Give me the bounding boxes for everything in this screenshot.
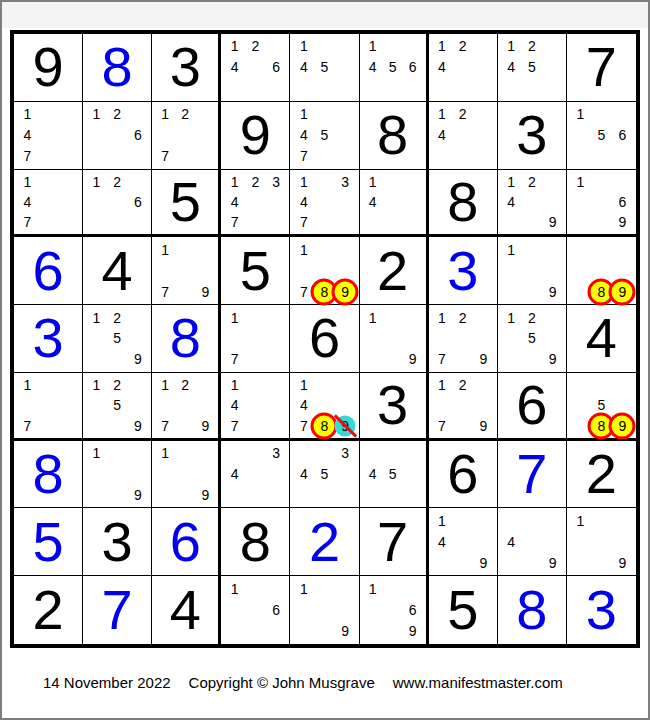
candidate-digit: 1 (161, 377, 169, 393)
candidate-pos-4 (363, 328, 383, 349)
cell-r2c5[interactable]: 1457 (290, 102, 359, 170)
candidate-digit: 9 (341, 623, 349, 639)
candidate-pos-3 (473, 307, 494, 328)
cell-r8c8[interactable]: 49 (498, 508, 567, 576)
candidate-pos-3 (335, 239, 356, 260)
candidate-pos-6: 6 (266, 57, 287, 78)
cell-r3c7[interactable]: 8 (429, 170, 498, 238)
cell-r8c2[interactable]: 3 (83, 508, 152, 576)
cell-r6c4[interactable]: 147 (221, 373, 290, 441)
cell-r4c5[interactable]: 1789 (290, 237, 359, 305)
cell-r1c6[interactable]: 1456 (360, 34, 429, 102)
candidate-digit: 1 (438, 38, 446, 54)
solved-digit: 3 (567, 576, 636, 644)
candidate-pos-2 (591, 239, 612, 260)
candidate-pos-8 (452, 552, 473, 573)
candidate-pos-3 (335, 375, 356, 395)
cell-r9c1[interactable]: 2 (14, 576, 83, 644)
candidate-digit: 9 (134, 418, 142, 434)
candidate-pos-6 (335, 395, 356, 415)
candidate-digit: 1 (23, 174, 31, 190)
cell-r8c1[interactable]: 5 (14, 508, 83, 576)
candidate-digit: 4 (438, 534, 446, 550)
cell-r4c3[interactable]: 179 (152, 237, 221, 305)
candidate-pos-1: 1 (432, 375, 453, 395)
candidate-pos-5 (383, 599, 403, 620)
candidate-digit: 1 (438, 106, 446, 122)
candidate-pos-6 (266, 328, 287, 349)
candidate-pos-7: 7 (17, 212, 38, 232)
candidate-pos-4 (155, 125, 175, 146)
candidate-pos-2 (521, 510, 542, 531)
candidate-pos-4: 4 (363, 192, 383, 212)
candidate-pos-9: 9 (128, 349, 149, 370)
candidate-grid: 126 (83, 102, 151, 169)
cell-r4c6[interactable]: 2 (360, 237, 429, 305)
cell-r2c8[interactable]: 3 (498, 102, 567, 170)
candidate-digit: 1 (507, 310, 515, 326)
candidate-grid: 156 (567, 102, 636, 169)
candidate-digit: 7 (23, 418, 31, 434)
cell-r5c7[interactable]: 1279 (429, 305, 498, 373)
candidate-pos-1 (570, 239, 591, 260)
candidate-digit: 9 (480, 351, 488, 367)
candidate-digit: 5 (598, 127, 606, 143)
given-digit: 5 (221, 237, 289, 304)
candidate-pos-4: 4 (224, 395, 245, 415)
candidate-pos-8 (107, 349, 128, 370)
cell-r3c6[interactable]: 14 (360, 170, 429, 238)
candidate-pos-2: 2 (452, 104, 473, 125)
cell-r3c4[interactable]: 12347 (221, 170, 290, 238)
cell-r6c2[interactable]: 1259 (83, 373, 152, 441)
candidate-pos-7 (363, 349, 383, 370)
candidate-digit: 1 (161, 445, 169, 461)
cell-r7c9[interactable]: 2 (567, 441, 636, 509)
candidate-pos-5 (245, 57, 266, 78)
candidate-grid: 17 (221, 305, 289, 372)
candidate-digit: 1 (507, 242, 515, 258)
candidate-grid: 1279 (152, 373, 218, 438)
candidate-pos-8 (38, 146, 59, 167)
candidate-digit: 5 (389, 466, 397, 482)
candidate-grid: 179 (152, 237, 218, 304)
candidate-pos-7 (501, 281, 522, 302)
given-digit: 9 (221, 102, 289, 169)
candidate-grid: 589 (567, 373, 636, 438)
cell-r3c1[interactable]: 147 (14, 170, 83, 238)
candidate-digit: 2 (459, 377, 467, 393)
cell-r9c3[interactable]: 4 (152, 576, 221, 644)
candidate-pos-5 (245, 464, 266, 485)
candidate-digit: 2 (528, 174, 536, 190)
cell-r4c1[interactable]: 6 (14, 237, 83, 305)
candidate-pos-5 (175, 464, 195, 485)
candidate-pos-2 (314, 578, 335, 599)
given-digit: 3 (83, 508, 151, 575)
cell-r3c8[interactable]: 1249 (498, 170, 567, 238)
candidate-pos-7: 7 (224, 415, 245, 435)
candidate-pos-3 (612, 172, 633, 192)
candidate-pos-4 (293, 599, 314, 620)
eliminated-candidate: 9 (335, 415, 356, 436)
candidate-pos-8 (521, 212, 542, 232)
candidate-pos-1: 1 (17, 375, 38, 395)
candidate-pos-6 (335, 464, 356, 485)
candidate-pos-6 (128, 328, 149, 349)
cell-r2c7[interactable]: 124 (429, 102, 498, 170)
cell-r6c7[interactable]: 1279 (429, 373, 498, 441)
candidate-pos-4: 4 (293, 57, 314, 78)
candidate-pos-6: 6 (128, 192, 149, 212)
cell-r8c3[interactable]: 6 (152, 508, 221, 576)
candidate-digit: 1 (231, 174, 239, 190)
cell-r4c4[interactable]: 5 (221, 237, 290, 305)
cell-r1c8[interactable]: 1245 (498, 34, 567, 102)
cell-r1c2[interactable]: 8 (83, 34, 152, 102)
candidate-pos-5 (245, 599, 266, 620)
cell-r3c9[interactable]: 169 (567, 170, 636, 238)
candidate-pos-8 (245, 485, 266, 506)
candidate-pos-1 (501, 510, 522, 531)
candidate-pos-8 (521, 349, 542, 370)
solved-digit: 3 (14, 305, 82, 372)
candidate-pos-6 (542, 328, 563, 349)
candidate-pos-2: 2 (521, 36, 542, 57)
candidate-digit: 2 (251, 174, 259, 190)
candidate-pos-2 (245, 578, 266, 599)
candidate-digit: 1 (438, 513, 446, 529)
candidate-digit: 4 (507, 534, 515, 550)
candidate-pos-8 (591, 212, 612, 232)
cell-r1c1[interactable]: 9 (14, 34, 83, 102)
candidate-pos-5 (245, 395, 266, 415)
given-digit: 3 (498, 102, 566, 169)
solved-digit: 8 (498, 576, 566, 644)
cell-r9c7[interactable]: 5 (429, 576, 498, 644)
candidate-digit: 9 (201, 487, 209, 503)
candidate-pos-6: 6 (403, 57, 423, 78)
cell-r6c3[interactable]: 1279 (152, 373, 221, 441)
candidate-grid: 17 (14, 373, 82, 438)
candidate-digit: 4 (300, 59, 308, 75)
candidate-pos-7 (86, 485, 107, 506)
candidate-pos-7 (501, 552, 522, 573)
candidate-pos-9 (473, 146, 494, 167)
candidate-pos-1 (293, 443, 314, 464)
candidate-digit: 9 (201, 284, 209, 300)
candidate-digit: 6 (134, 127, 142, 143)
cell-r7c1[interactable]: 8 (14, 441, 83, 509)
candidate-pos-4 (570, 260, 591, 281)
candidate-digit: 7 (231, 418, 239, 434)
candidate-pos-5 (38, 192, 59, 212)
candidate-pos-8 (314, 146, 335, 167)
candidate-pos-7: 7 (293, 146, 314, 167)
candidate-pos-3 (612, 375, 633, 395)
solved-digit: 8 (83, 34, 151, 101)
candidate-pos-9: 9 (195, 415, 215, 435)
candidate-pos-4: 4 (363, 464, 383, 485)
candidate-digit: 1 (300, 242, 308, 258)
cell-r4c2[interactable]: 4 (83, 237, 152, 305)
cell-r9c5[interactable]: 19 (290, 576, 359, 644)
candidate-pos-3 (195, 375, 215, 395)
cell-r7c8[interactable]: 7 (498, 441, 567, 509)
candidate-digit: 9 (409, 351, 417, 367)
candidate-digit: 9 (134, 487, 142, 503)
cell-r2c9[interactable]: 156 (567, 102, 636, 170)
cell-r5c4[interactable]: 17 (221, 305, 290, 373)
candidate-pos-2 (38, 172, 59, 192)
candidate-digit: 4 (438, 127, 446, 143)
candidate-pos-8 (107, 146, 128, 167)
candidate-pos-1: 1 (293, 239, 314, 260)
candidate-pos-1: 1 (293, 578, 314, 599)
candidate-pos-7 (432, 78, 453, 99)
candidate-pos-4: 4 (293, 125, 314, 146)
candidate-pos-1: 1 (86, 443, 107, 464)
cell-r5c3[interactable]: 8 (152, 305, 221, 373)
candidate-pos-2 (245, 307, 266, 328)
candidate-pos-6 (473, 395, 494, 415)
cell-r3c5[interactable]: 1347 (290, 170, 359, 238)
candidate-pos-1: 1 (155, 104, 175, 125)
candidate-pos-7 (363, 621, 383, 642)
candidate-pos-3 (128, 104, 149, 125)
cell-r4c8[interactable]: 19 (498, 237, 567, 305)
candidate-pos-6 (58, 125, 79, 146)
cell-r2c6[interactable]: 8 (360, 102, 429, 170)
cell-r4c9[interactable]: 89 (567, 237, 636, 305)
candidate-pos-6 (473, 125, 494, 146)
candidate-pos-1: 1 (155, 375, 175, 395)
candidate-digit: 4 (231, 466, 239, 482)
candidate-pos-4 (155, 464, 175, 485)
candidate-pos-6 (612, 531, 633, 552)
candidate-pos-5 (107, 125, 128, 146)
candidate-pos-8: 8 (314, 415, 335, 435)
cell-r7c5[interactable]: 345 (290, 441, 359, 509)
cell-r9c6[interactable]: 169 (360, 576, 429, 644)
candidate-pos-9 (403, 485, 423, 506)
candidate-pos-6 (266, 395, 287, 415)
cell-r9c4[interactable]: 16 (221, 576, 290, 644)
candidate-pos-7 (570, 212, 591, 232)
candidate-pos-7: 7 (17, 146, 38, 167)
candidate-grid: 14 (360, 170, 426, 235)
candidate-pos-8 (107, 415, 128, 435)
candidate-pos-4 (86, 395, 107, 415)
candidate-pos-6 (403, 464, 423, 485)
cell-r6c5[interactable]: 14789 (290, 373, 359, 441)
candidate-digit: 1 (93, 377, 101, 393)
candidate-pos-3 (403, 36, 423, 57)
candidate-digit: 5 (528, 330, 536, 346)
cell-r4c7[interactable]: 3 (429, 237, 498, 305)
candidate-grid: 147 (14, 170, 82, 235)
candidate-grid: 1456 (360, 34, 426, 101)
highlighted-candidate: 9 (609, 278, 636, 305)
candidate-digit: 2 (181, 106, 189, 122)
candidate-pos-9: 9 (542, 552, 563, 573)
cell-r5c2[interactable]: 1259 (83, 305, 152, 373)
cell-r9c9[interactable]: 3 (567, 576, 636, 644)
candidate-digit: 2 (113, 174, 121, 190)
candidate-pos-4: 4 (432, 125, 453, 146)
cell-r7c3[interactable]: 19 (152, 441, 221, 509)
cell-r3c3[interactable]: 5 (152, 170, 221, 238)
candidate-pos-2: 2 (521, 307, 542, 328)
cell-r5c6[interactable]: 19 (360, 305, 429, 373)
given-digit: 4 (83, 237, 151, 304)
candidate-pos-6 (195, 260, 215, 281)
cell-r9c2[interactable]: 7 (83, 576, 152, 644)
candidate-digit: 5 (598, 397, 606, 413)
cell-r5c5[interactable]: 6 (290, 305, 359, 373)
candidate-digit: 3 (341, 445, 349, 461)
candidate-pos-5 (107, 464, 128, 485)
candidate-digit: 7 (161, 418, 169, 434)
candidate-grid: 124 (429, 34, 497, 101)
candidate-digit: 5 (321, 59, 329, 75)
candidate-pos-8 (175, 485, 195, 506)
candidate-pos-8 (38, 415, 59, 435)
candidate-pos-6 (335, 192, 356, 212)
cell-r8c6[interactable]: 7 (360, 508, 429, 576)
candidate-pos-1: 1 (432, 307, 453, 328)
candidate-digit: 1 (507, 174, 515, 190)
candidate-pos-5: 5 (591, 125, 612, 146)
candidate-digit: 6 (619, 194, 627, 210)
candidate-pos-3 (335, 36, 356, 57)
cell-r6c6[interactable]: 3 (360, 373, 429, 441)
candidate-grid: 19 (360, 305, 426, 372)
candidate-pos-7 (501, 78, 522, 99)
candidate-pos-6 (266, 464, 287, 485)
candidate-digit: 2 (459, 310, 467, 326)
candidate-pos-3 (542, 172, 563, 192)
cell-r1c4[interactable]: 1246 (221, 34, 290, 102)
candidate-grid: 1249 (498, 170, 566, 235)
candidate-digit: 4 (231, 194, 239, 210)
candidate-pos-3: 3 (335, 443, 356, 464)
cell-r5c8[interactable]: 1259 (498, 305, 567, 373)
candidate-digit: 1 (231, 581, 239, 597)
candidate-pos-1: 1 (363, 36, 383, 57)
candidate-pos-5 (175, 125, 195, 146)
cell-r6c8[interactable]: 6 (498, 373, 567, 441)
candidate-grid: 1457 (290, 102, 358, 169)
cell-r1c5[interactable]: 145 (290, 34, 359, 102)
candidate-pos-5 (452, 395, 473, 415)
candidate-pos-4 (570, 395, 591, 415)
cell-r7c2[interactable]: 19 (83, 441, 152, 509)
cell-r5c9[interactable]: 4 (567, 305, 636, 373)
candidate-pos-8 (383, 485, 403, 506)
candidate-digit: 9 (619, 214, 627, 230)
candidate-grid: 45 (360, 441, 426, 508)
cell-r5c1[interactable]: 3 (14, 305, 83, 373)
candidate-digit: 4 (507, 194, 515, 210)
cell-r1c9[interactable]: 7 (567, 34, 636, 102)
candidate-digit: 1 (507, 38, 515, 54)
candidate-pos-3 (542, 510, 563, 531)
cell-r8c9[interactable]: 19 (567, 508, 636, 576)
candidate-pos-9: 9 (612, 212, 633, 232)
candidate-digit: 1 (576, 513, 584, 529)
cell-r7c4[interactable]: 34 (221, 441, 290, 509)
candidate-pos-7 (363, 212, 383, 232)
cell-r1c7[interactable]: 124 (429, 34, 498, 102)
cell-r2c2[interactable]: 126 (83, 102, 152, 170)
cell-r7c7[interactable]: 6 (429, 441, 498, 509)
candidate-pos-2 (452, 510, 473, 531)
candidate-pos-1: 1 (224, 375, 245, 395)
cell-r3c2[interactable]: 126 (83, 170, 152, 238)
cell-r8c7[interactable]: 149 (429, 508, 498, 576)
candidate-pos-6 (473, 531, 494, 552)
candidate-pos-3 (542, 36, 563, 57)
candidate-pos-2 (38, 375, 59, 395)
cell-r1c3[interactable]: 3 (152, 34, 221, 102)
candidate-digit: 6 (272, 602, 280, 618)
candidate-pos-4: 4 (501, 531, 522, 552)
cell-r6c1[interactable]: 17 (14, 373, 83, 441)
cell-r2c4[interactable]: 9 (221, 102, 290, 170)
candidate-grid: 169 (567, 170, 636, 235)
candidate-pos-7 (432, 552, 453, 573)
candidate-digit: 4 (300, 466, 308, 482)
cell-r9c8[interactable]: 8 (498, 576, 567, 644)
candidate-pos-4 (570, 531, 591, 552)
candidate-grid: 147 (221, 373, 289, 438)
cell-r7c6[interactable]: 45 (360, 441, 429, 509)
candidate-pos-2 (591, 104, 612, 125)
candidate-grid: 169 (360, 576, 426, 644)
cell-r2c1[interactable]: 147 (14, 102, 83, 170)
candidate-pos-8 (107, 485, 128, 506)
candidate-pos-5: 5 (383, 464, 403, 485)
candidate-pos-9 (266, 485, 287, 506)
candidate-pos-4 (155, 395, 175, 415)
candidate-pos-8 (175, 281, 195, 302)
candidate-grid: 16 (221, 576, 289, 644)
candidate-pos-9 (128, 212, 149, 232)
candidate-pos-6 (335, 599, 356, 620)
candidate-pos-3: 3 (335, 172, 356, 192)
candidate-pos-7 (155, 485, 175, 506)
cell-r8c4[interactable]: 8 (221, 508, 290, 576)
footer-copyright: Copyright © John Musgrave (189, 674, 375, 691)
candidate-pos-8 (245, 349, 266, 370)
candidate-pos-2 (314, 443, 335, 464)
candidate-pos-3 (266, 307, 287, 328)
candidate-pos-5: 5 (314, 464, 335, 485)
candidate-pos-9: 9 (335, 281, 356, 302)
given-digit: 5 (429, 576, 497, 644)
cell-r8c5[interactable]: 2 (290, 508, 359, 576)
candidate-grid: 127 (152, 102, 218, 169)
candidate-pos-6 (128, 395, 149, 415)
cell-r6c9[interactable]: 589 (567, 373, 636, 441)
candidate-digit: 7 (23, 214, 31, 230)
candidate-pos-9: 9 (612, 415, 633, 435)
candidate-pos-6 (473, 328, 494, 349)
candidate-digit: 1 (93, 445, 101, 461)
candidate-pos-1: 1 (17, 172, 38, 192)
cell-r2c3[interactable]: 127 (152, 102, 221, 170)
